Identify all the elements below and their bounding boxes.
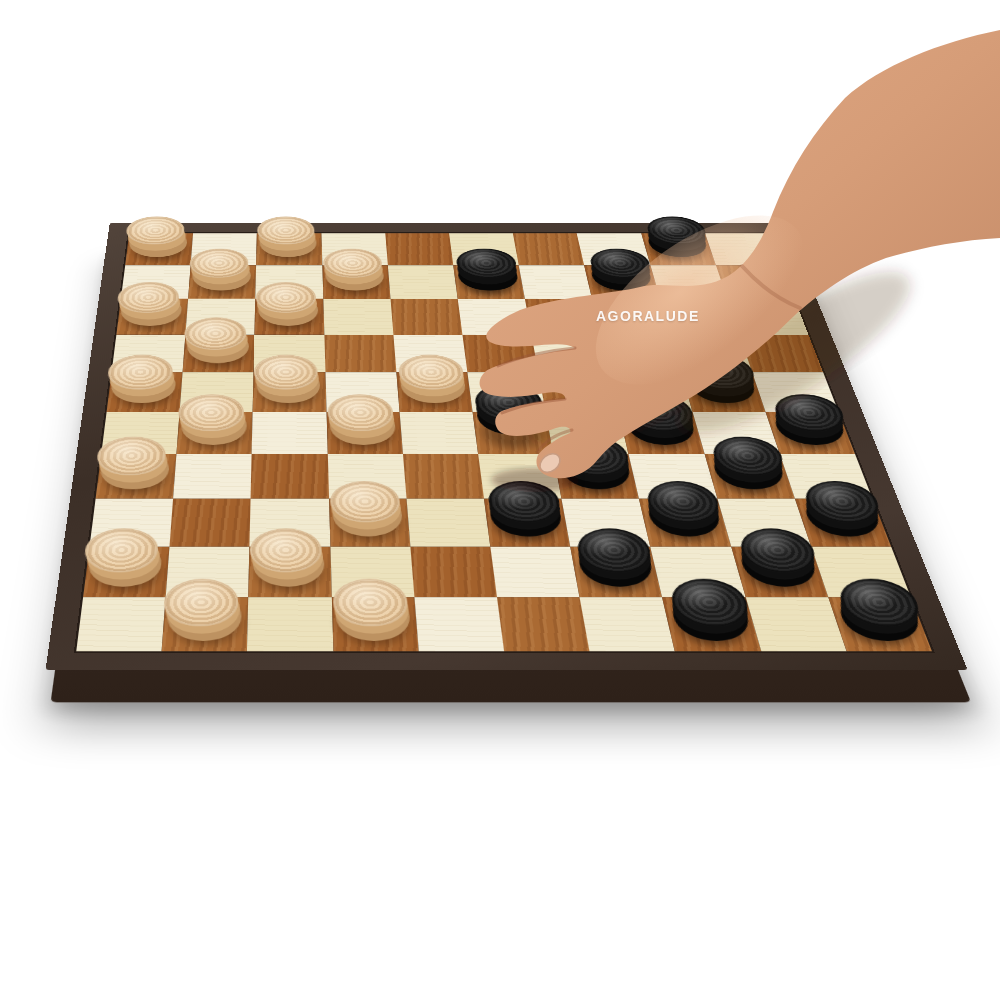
product-photo: AGORALUDE <box>0 0 1000 1000</box>
watermark-text: AGORALUDE <box>596 308 700 324</box>
hand-overlay <box>0 0 1000 1000</box>
